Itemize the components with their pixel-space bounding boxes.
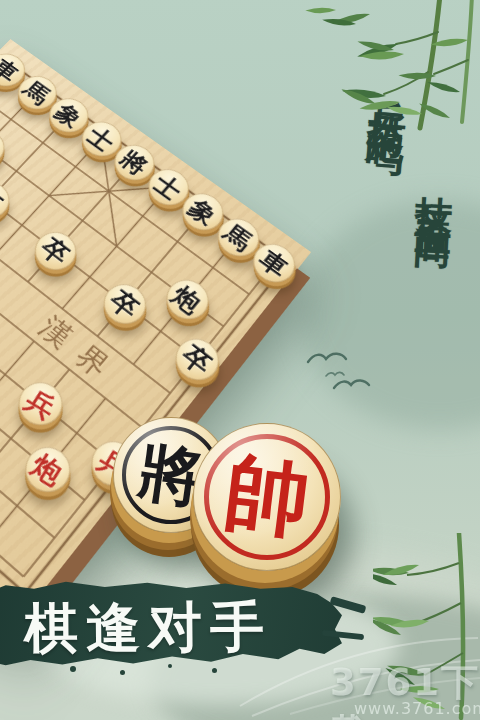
piece-glyph: 車: [256, 246, 293, 281]
piece-glyph: 卒: [106, 286, 144, 322]
piece-glyph: 士: [84, 123, 120, 154]
ink-dot: [70, 666, 76, 672]
piece-glyph: 炮: [27, 449, 67, 489]
piece-glyph: 卒: [37, 234, 74, 269]
piece-glyph: 馬: [220, 220, 257, 254]
ink-dot: [212, 668, 217, 673]
poster-root: 楚河 漢界 車馬象士將士象馬車炮炮卒卒卒卒兵兵炮 將 帥 兵挺炮鸣 技艺盖世间 …: [0, 0, 480, 720]
bamboo-top-icon: [300, 0, 480, 150]
ink-dot: [120, 670, 125, 675]
watermark-site-url: www.3761.com: [354, 699, 480, 718]
hero-piece-red-general[interactable]: 帥: [193, 423, 341, 571]
red-general-glyph: 帥: [218, 435, 315, 558]
piece-glyph: 車: [0, 55, 23, 85]
piece-glyph: 卒: [178, 341, 217, 379]
piece-glyph: 象: [185, 195, 222, 228]
piece-glyph: 馬: [20, 77, 55, 107]
piece-glyph: 炮: [168, 281, 206, 317]
piece-glyph: 兵: [21, 385, 60, 423]
piece-glyph: 士: [150, 171, 186, 204]
slogan-column-2: 技艺盖世间: [410, 165, 462, 213]
birds-icon: [300, 340, 390, 410]
piece-glyph: 象: [51, 100, 86, 131]
piece-glyph: 將: [117, 147, 153, 179]
